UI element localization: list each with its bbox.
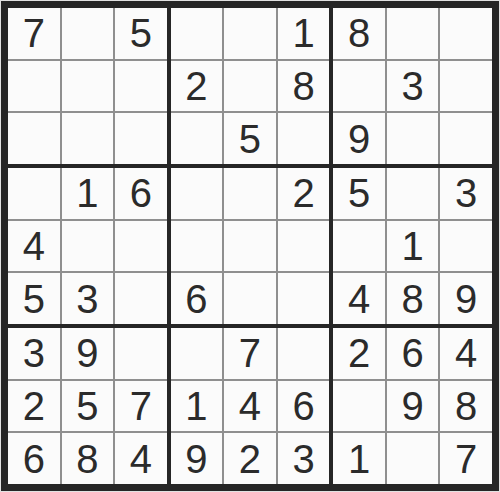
- box-4: 16453: [8, 168, 167, 324]
- cell-r5c3[interactable]: [115, 221, 167, 272]
- cell-r3c2[interactable]: [62, 113, 114, 164]
- cell-r2c3[interactable]: [115, 61, 167, 112]
- cell-r8c3[interactable]: 7: [115, 381, 167, 432]
- cell-r4c8[interactable]: [387, 168, 439, 219]
- cell-r7c2[interactable]: 9: [62, 328, 114, 379]
- cell-r7c3[interactable]: [115, 328, 167, 379]
- cell-r4c4[interactable]: [171, 168, 223, 219]
- cell-r5c6[interactable]: [278, 221, 330, 272]
- cell-r9c3[interactable]: 4: [115, 433, 167, 484]
- cell-r4c1[interactable]: [8, 168, 60, 219]
- cell-r6c4[interactable]: 6: [171, 273, 223, 324]
- box-7: 39257684: [8, 328, 167, 484]
- cell-r3c6[interactable]: [278, 113, 330, 164]
- cell-r1c2[interactable]: [62, 8, 114, 59]
- cell-r4c7[interactable]: 5: [333, 168, 385, 219]
- cell-r9c4[interactable]: 9: [171, 433, 223, 484]
- cell-r9c2[interactable]: 8: [62, 433, 114, 484]
- cell-r4c2[interactable]: 1: [62, 168, 114, 219]
- box-9: 2649817: [333, 328, 492, 484]
- cell-r8c2[interactable]: 5: [62, 381, 114, 432]
- cell-r8c1[interactable]: 2: [8, 381, 60, 432]
- cell-r3c8[interactable]: [387, 113, 439, 164]
- cell-r9c5[interactable]: 2: [224, 433, 276, 484]
- box-3: 839: [333, 8, 492, 164]
- box-5: 26: [171, 168, 330, 324]
- box-1: 75: [8, 8, 167, 164]
- cell-r6c2[interactable]: 3: [62, 273, 114, 324]
- cell-r8c8[interactable]: 9: [387, 381, 439, 432]
- cell-r1c7[interactable]: 8: [333, 8, 385, 59]
- cell-r6c7[interactable]: 4: [333, 273, 385, 324]
- cell-r9c6[interactable]: 3: [278, 433, 330, 484]
- cell-r9c8[interactable]: [387, 433, 439, 484]
- cell-r1c8[interactable]: [387, 8, 439, 59]
- cell-r1c4[interactable]: [171, 8, 223, 59]
- sudoku-board-wrap: 7512858391645326531489392576847146923264…: [0, 0, 500, 492]
- cell-r5c5[interactable]: [224, 221, 276, 272]
- cell-r8c9[interactable]: 8: [440, 381, 492, 432]
- cell-r4c5[interactable]: [224, 168, 276, 219]
- cell-r6c5[interactable]: [224, 273, 276, 324]
- cell-r8c5[interactable]: 4: [224, 381, 276, 432]
- cell-r1c9[interactable]: [440, 8, 492, 59]
- cell-r5c9[interactable]: [440, 221, 492, 272]
- cell-r8c6[interactable]: 6: [278, 381, 330, 432]
- cell-r1c1[interactable]: 7: [8, 8, 60, 59]
- cell-r2c9[interactable]: [440, 61, 492, 112]
- cell-r7c1[interactable]: 3: [8, 328, 60, 379]
- cell-r4c6[interactable]: 2: [278, 168, 330, 219]
- cell-r2c8[interactable]: 3: [387, 61, 439, 112]
- sudoku-board: 7512858391645326531489392576847146923264…: [1, 1, 499, 491]
- cell-r6c3[interactable]: [115, 273, 167, 324]
- cell-r2c2[interactable]: [62, 61, 114, 112]
- box-8: 7146923: [171, 328, 330, 484]
- box-6: 531489: [333, 168, 492, 324]
- cell-r5c4[interactable]: [171, 221, 223, 272]
- cell-r8c4[interactable]: 1: [171, 381, 223, 432]
- cell-r1c6[interactable]: 1: [278, 8, 330, 59]
- cell-r3c7[interactable]: 9: [333, 113, 385, 164]
- cell-r6c8[interactable]: 8: [387, 273, 439, 324]
- cell-r5c1[interactable]: 4: [8, 221, 60, 272]
- cell-r8c7[interactable]: [333, 381, 385, 432]
- cell-r2c4[interactable]: 2: [171, 61, 223, 112]
- cell-r4c9[interactable]: 3: [440, 168, 492, 219]
- cell-r7c6[interactable]: [278, 328, 330, 379]
- cell-r7c4[interactable]: [171, 328, 223, 379]
- cell-r7c7[interactable]: 2: [333, 328, 385, 379]
- cell-r2c5[interactable]: [224, 61, 276, 112]
- cell-r7c5[interactable]: 7: [224, 328, 276, 379]
- cell-r2c6[interactable]: 8: [278, 61, 330, 112]
- cell-r6c6[interactable]: [278, 273, 330, 324]
- cell-r6c9[interactable]: 9: [440, 273, 492, 324]
- cell-r3c4[interactable]: [171, 113, 223, 164]
- cell-r9c1[interactable]: 6: [8, 433, 60, 484]
- cell-r5c8[interactable]: 1: [387, 221, 439, 272]
- cell-r1c3[interactable]: 5: [115, 8, 167, 59]
- cell-r3c5[interactable]: 5: [224, 113, 276, 164]
- cell-r7c9[interactable]: 4: [440, 328, 492, 379]
- cell-r3c3[interactable]: [115, 113, 167, 164]
- cell-r3c1[interactable]: [8, 113, 60, 164]
- cell-r4c3[interactable]: 6: [115, 168, 167, 219]
- cell-r6c1[interactable]: 5: [8, 273, 60, 324]
- cell-r1c5[interactable]: [224, 8, 276, 59]
- cell-r7c8[interactable]: 6: [387, 328, 439, 379]
- cell-r9c9[interactable]: 7: [440, 433, 492, 484]
- cell-r2c7[interactable]: [333, 61, 385, 112]
- cell-r5c2[interactable]: [62, 221, 114, 272]
- cell-r5c7[interactable]: [333, 221, 385, 272]
- cell-r2c1[interactable]: [8, 61, 60, 112]
- box-2: 1285: [171, 8, 330, 164]
- cell-r3c9[interactable]: [440, 113, 492, 164]
- cell-r9c7[interactable]: 1: [333, 433, 385, 484]
